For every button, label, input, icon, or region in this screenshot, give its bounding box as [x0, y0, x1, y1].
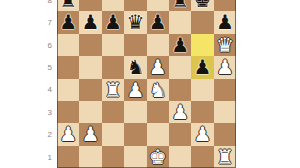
square-g2[interactable]: ♟ — [191, 123, 213, 145]
piece-black-pawn[interactable]: ♟ — [194, 56, 212, 78]
square-h4[interactable] — [214, 79, 236, 101]
square-g4[interactable] — [191, 79, 213, 101]
square-b5[interactable] — [79, 56, 101, 78]
rank-label-1: 1 — [40, 146, 54, 168]
square-a2[interactable]: ♟ — [57, 123, 79, 145]
square-b2[interactable]: ♟ — [79, 123, 101, 145]
rank-label-7: 7 — [40, 11, 54, 33]
square-f4[interactable] — [169, 79, 191, 101]
piece-white-pawn[interactable]: ♟ — [59, 123, 77, 145]
chess-diagram: 87654321 ♜♜♚♟♟♟♛♟♟♟♛♞♟♟♟♜♟♞♟♟♟♟♚♜ — [0, 0, 300, 168]
square-c2[interactable] — [102, 123, 124, 145]
rank-label-6: 6 — [40, 34, 54, 56]
piece-black-king[interactable]: ♚ — [194, 0, 212, 11]
piece-black-pawn[interactable]: ♟ — [171, 34, 189, 56]
square-g6[interactable] — [191, 34, 213, 56]
square-f2[interactable] — [169, 123, 191, 145]
square-e3[interactable] — [147, 101, 169, 123]
square-g7[interactable] — [191, 11, 213, 33]
square-a5[interactable] — [57, 56, 79, 78]
square-f5[interactable] — [169, 56, 191, 78]
square-g8[interactable]: ♚ — [191, 0, 213, 11]
square-c6[interactable] — [102, 34, 124, 56]
square-h5[interactable]: ♟ — [214, 56, 236, 78]
square-b1[interactable] — [79, 146, 101, 168]
piece-black-pawn[interactable]: ♟ — [104, 11, 122, 33]
square-f7[interactable] — [169, 11, 191, 33]
square-h6[interactable]: ♛ — [214, 34, 236, 56]
square-b7[interactable]: ♟ — [79, 11, 101, 33]
piece-white-pawn[interactable]: ♟ — [149, 56, 167, 78]
piece-white-rook[interactable]: ♜ — [104, 79, 122, 101]
piece-black-queen[interactable]: ♛ — [126, 11, 144, 33]
square-g3[interactable] — [191, 101, 213, 123]
square-c1[interactable] — [102, 146, 124, 168]
square-h2[interactable] — [214, 123, 236, 145]
square-g1[interactable] — [191, 146, 213, 168]
square-a7[interactable]: ♟ — [57, 11, 79, 33]
square-h3[interactable] — [214, 101, 236, 123]
square-c3[interactable] — [102, 101, 124, 123]
square-d7[interactable]: ♛ — [124, 11, 146, 33]
square-d5[interactable]: ♞ — [124, 56, 146, 78]
piece-black-pawn[interactable]: ♟ — [82, 11, 100, 33]
square-h7[interactable]: ♟ — [214, 11, 236, 33]
rank-label-4: 4 — [40, 79, 54, 101]
square-c5[interactable] — [102, 56, 124, 78]
square-h1[interactable]: ♜ — [214, 146, 236, 168]
square-f1[interactable] — [169, 146, 191, 168]
square-e4[interactable]: ♞ — [147, 79, 169, 101]
square-a3[interactable] — [57, 101, 79, 123]
piece-white-pawn[interactable]: ♟ — [171, 101, 189, 123]
piece-black-pawn[interactable]: ♟ — [59, 11, 77, 33]
piece-white-pawn[interactable]: ♟ — [216, 56, 234, 78]
square-e1[interactable]: ♚ — [147, 146, 169, 168]
square-f6[interactable]: ♟ — [169, 34, 191, 56]
piece-white-rook[interactable]: ♜ — [216, 146, 234, 168]
square-a6[interactable] — [57, 34, 79, 56]
piece-white-queen[interactable]: ♛ — [216, 34, 234, 56]
square-c4[interactable]: ♜ — [102, 79, 124, 101]
piece-white-pawn[interactable]: ♟ — [126, 79, 144, 101]
piece-white-pawn[interactable]: ♟ — [194, 123, 212, 145]
chess-board: ♜♜♚♟♟♟♛♟♟♟♛♞♟♟♟♜♟♞♟♟♟♟♚♜ — [57, 0, 236, 168]
piece-black-rook[interactable]: ♜ — [171, 0, 189, 11]
piece-white-knight[interactable]: ♞ — [149, 79, 167, 101]
square-e7[interactable]: ♟ — [147, 11, 169, 33]
piece-black-pawn[interactable]: ♟ — [216, 11, 234, 33]
square-e2[interactable] — [147, 123, 169, 145]
square-a1[interactable] — [57, 146, 79, 168]
piece-black-knight[interactable]: ♞ — [126, 56, 144, 78]
square-b3[interactable] — [79, 101, 101, 123]
square-d4[interactable]: ♟ — [124, 79, 146, 101]
piece-black-pawn[interactable]: ♟ — [149, 11, 167, 33]
rank-labels: 87654321 — [40, 0, 54, 168]
square-f3[interactable]: ♟ — [169, 101, 191, 123]
square-d6[interactable] — [124, 34, 146, 56]
piece-white-king[interactable]: ♚ — [149, 146, 167, 168]
square-g5[interactable]: ♟ — [191, 56, 213, 78]
square-d3[interactable] — [124, 101, 146, 123]
square-b6[interactable] — [79, 34, 101, 56]
rank-label-5: 5 — [40, 56, 54, 78]
rank-label-2: 2 — [40, 123, 54, 145]
square-f8[interactable]: ♜ — [169, 0, 191, 11]
rank-label-8: 8 — [40, 0, 54, 11]
square-e6[interactable] — [147, 34, 169, 56]
square-a4[interactable] — [57, 79, 79, 101]
piece-white-pawn[interactable]: ♟ — [82, 123, 100, 145]
square-c7[interactable]: ♟ — [102, 11, 124, 33]
square-e5[interactable]: ♟ — [147, 56, 169, 78]
square-b4[interactable] — [79, 79, 101, 101]
square-d2[interactable] — [124, 123, 146, 145]
rank-label-3: 3 — [40, 101, 54, 123]
square-d1[interactable] — [124, 146, 146, 168]
